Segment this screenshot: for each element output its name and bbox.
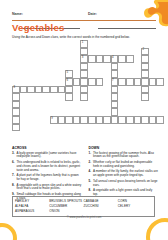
grid-cell[interactable] [80, 70, 88, 78]
grid-cell[interactable]: 4 [111, 55, 119, 63]
grid-cell[interactable] [80, 78, 88, 86]
grid-cell[interactable] [27, 86, 35, 94]
corner-arc-bottom-right [146, 218, 168, 240]
clue-number: 1 [82, 41, 84, 44]
grid-cell[interactable] [103, 55, 111, 63]
clue-number: 5 [67, 71, 69, 74]
grid-cell[interactable]: 8 [12, 86, 20, 94]
grid-cell[interactable] [12, 93, 20, 101]
grid-cell[interactable] [96, 116, 104, 124]
grid-cell[interactable] [141, 93, 149, 101]
grid-cell[interactable] [141, 55, 149, 63]
grid-cell[interactable] [149, 116, 157, 124]
grid-cell[interactable]: 2 [141, 48, 149, 56]
instructions-text: Using the Across and Down clues, write t… [12, 35, 158, 39]
clue-item-text: Whether curly or flat leafed an indispen… [93, 161, 158, 169]
clue-item-text: A vegetable with a green skin and a whit… [17, 184, 82, 192]
grid-cell[interactable] [42, 86, 50, 94]
clue-item: 2.Whether curly or flat leafed an indisp… [89, 161, 159, 169]
corner-arc-bottom-left [0, 223, 17, 240]
grid-cell[interactable]: 7 [111, 78, 119, 86]
grid-cell[interactable] [80, 116, 88, 124]
grid-cell[interactable] [96, 55, 104, 63]
grid-cell[interactable] [73, 78, 81, 86]
grid-cell[interactable] [111, 116, 119, 124]
across-clues: ACROSS 3.A leafy green vegetable (some v… [12, 146, 82, 202]
grid-cell[interactable] [111, 70, 119, 78]
worksheet-page: { "game": "crossword", "page": { "name_l… [0, 0, 168, 240]
clue-item-text: A member of the lily family, the earlies… [93, 170, 158, 178]
grid-cell[interactable] [111, 63, 119, 71]
grid-cell[interactable] [134, 78, 142, 86]
clues-section: ACROSS 3.A leafy green vegetable (some v… [12, 146, 158, 202]
grid-cell[interactable] [88, 116, 96, 124]
word-bank-word: ONION [49, 209, 83, 214]
grid-cell[interactable] [12, 124, 20, 132]
clue-item: 4.A member of the lily family, the earli… [89, 170, 159, 178]
grid-cell[interactable] [50, 86, 58, 94]
grid-cell[interactable] [12, 116, 20, 124]
grid-cell[interactable]: 3 [80, 55, 88, 63]
grid-cell[interactable] [58, 116, 66, 124]
word-bank-column: PARSLEYALFALFAASPARAGUS [15, 199, 49, 215]
down-heading: DOWN [89, 146, 159, 150]
clue-number: 7 [112, 79, 114, 82]
grid-cell[interactable] [141, 86, 149, 94]
crossword-grid[interactable]: 123456789 [12, 40, 164, 131]
grid-cell[interactable] [156, 116, 164, 124]
grid-cell[interactable] [80, 86, 88, 94]
grid-cell[interactable] [111, 86, 119, 94]
clue-item: 8.A vegetable with a green skin and a wh… [12, 184, 82, 192]
down-list: 1.The fastest growing of the summer frui… [89, 152, 159, 197]
grid-cell[interactable] [111, 101, 119, 109]
clue-item-text: Tall annual cereal grass bearing kernels… [93, 180, 158, 188]
grid-cell[interactable] [118, 116, 126, 124]
grid-cell[interactable] [35, 86, 43, 94]
grid-cell[interactable] [80, 63, 88, 71]
grid-cell[interactable] [73, 116, 81, 124]
grid-cell[interactable] [96, 78, 104, 86]
across-heading: ACROSS [12, 146, 82, 150]
down-clues: DOWN 1.The fastest growing of the summer… [89, 146, 159, 202]
clue-item-text: A leafy green vegetable (some varieties … [17, 152, 82, 160]
grid-cell[interactable] [118, 55, 126, 63]
grid-cell[interactable] [12, 101, 20, 109]
grid-cell[interactable] [20, 86, 28, 94]
puzzle-piece-decoration [138, 0, 168, 28]
header-divider [12, 20, 156, 21]
word-bank-word: ASPARAGUS [15, 209, 49, 214]
clue-item-text: The fastest growing of the summer fruits… [93, 152, 158, 160]
page-title: Vegetables [12, 22, 65, 33]
grid-cell[interactable] [58, 86, 66, 94]
name-label: Name: [12, 12, 23, 16]
clue-item: 1.The fastest growing of the summer frui… [89, 152, 159, 160]
grid-cell[interactable] [80, 93, 88, 101]
grid-cell[interactable] [12, 108, 20, 116]
grid-cell[interactable] [156, 78, 164, 86]
clue-item: 7.A plant part of the legumes family tha… [12, 174, 82, 182]
grid-cell[interactable] [65, 86, 73, 94]
grid-cell[interactable] [141, 116, 149, 124]
clue-number: 4 [112, 56, 114, 59]
date-label: Date: [88, 12, 97, 16]
clue-number: 6 [67, 79, 69, 82]
clue-number: 3 [82, 56, 84, 59]
clue-number: 8 [13, 86, 15, 89]
word-bank-column: CORNCELERY [118, 199, 152, 215]
clue-number: 9 [51, 117, 53, 120]
grid-cell[interactable]: 6 [65, 78, 73, 86]
grid-cell[interactable] [88, 55, 96, 63]
clue-item-text: A plant part of the legumes family that … [17, 174, 82, 182]
grid-cell[interactable]: 1 [80, 40, 88, 48]
grid-cell[interactable]: 9 [50, 116, 58, 124]
clue-item: 3.A leafy green vegetable (some varietie… [12, 152, 82, 160]
word-bank-column: BRUSSELS SPROUTSCUCUMBERONION [49, 199, 83, 215]
grid-cell[interactable] [103, 116, 111, 124]
grid-cell[interactable] [149, 78, 157, 86]
grid-cell[interactable] [126, 116, 134, 124]
grid-cell[interactable] [134, 116, 142, 124]
grid-cell[interactable] [126, 55, 134, 63]
grid-cell[interactable] [65, 116, 73, 124]
grid-cell[interactable] [126, 78, 134, 86]
grid-cell[interactable] [111, 93, 119, 101]
clue-item-text: This underground bulb is related to leek… [17, 161, 82, 172]
footer-copyright: © www.puzzles-to-print.com [0, 215, 168, 219]
clue-number: 2 [142, 48, 144, 51]
across-list: 3.A leafy green vegetable (some varietie… [12, 152, 82, 201]
grid-cell[interactable] [118, 78, 126, 86]
grid-cell[interactable] [88, 78, 96, 86]
clue-item: 5.Tall annual cereal grass bearing kerne… [89, 180, 159, 188]
word-bank-word: CELERY [118, 204, 152, 209]
grid-cell[interactable] [65, 93, 73, 101]
grid-cell[interactable] [111, 108, 119, 116]
grid-cell[interactable] [141, 70, 149, 78]
word-bank-column: CABBAGEZUCCHINI [84, 199, 118, 215]
clue-item: 6.This underground bulb is related to le… [12, 161, 82, 172]
word-bank-word: ZUCCHINI [84, 204, 118, 209]
grid-cell[interactable]: 5 [65, 70, 73, 78]
grid-cell[interactable] [141, 63, 149, 71]
grid-cell[interactable] [141, 78, 149, 86]
